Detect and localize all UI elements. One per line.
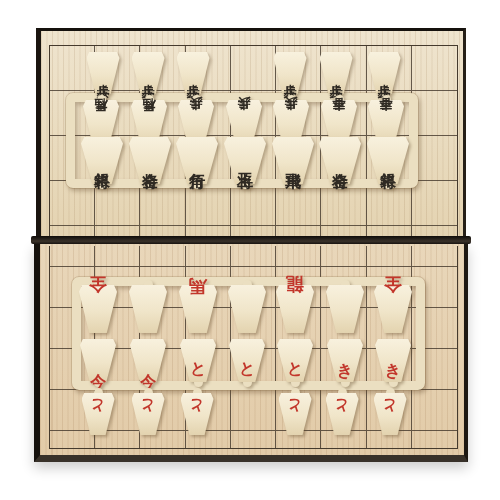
board-cell — [50, 246, 95, 267]
piece-kakugyo-bishop[interactable]: 角行 — [176, 137, 218, 184]
board-cell — [412, 136, 457, 181]
piece-tokin-promoted-pawn[interactable]: と — [374, 393, 407, 435]
piece-hisha-rook[interactable]: 飛車 — [272, 137, 314, 184]
piece-fuhyo-pawn[interactable]: 歩兵 — [320, 52, 353, 94]
piece-gyokusho-king[interactable]: 玉将 — [224, 137, 266, 184]
piece-fuhyo-pawn[interactable]: 歩兵 — [274, 52, 307, 94]
board-cell — [412, 46, 457, 91]
board-cell — [367, 246, 412, 267]
shogi-set-photo: 歩兵 歩兵 歩兵 歩兵 歩兵 歩兵 桂馬 桂馬 歩兵 歩兵 歩兵 香車 香車 銀… — [0, 0, 500, 500]
piece-tokin-promoted-pawn[interactable]: と — [326, 393, 359, 435]
board-cell — [412, 91, 457, 136]
piece-fuhyo-pawn[interactable]: 歩兵 — [87, 52, 120, 94]
board-cell — [231, 390, 276, 431]
board-cell — [412, 246, 457, 267]
board-cell — [276, 246, 321, 267]
board-fold-hinge — [31, 236, 471, 244]
piece-narigin-promoted-silver[interactable]: 全 — [79, 285, 117, 333]
piece-narikei-promoted-knight[interactable]: 今 — [130, 339, 166, 382]
board-cell — [321, 246, 366, 267]
board-cell — [412, 431, 457, 448]
piece-narikyo-promoted-lance[interactable]: き — [375, 339, 411, 382]
piece-fuhyo-pawn[interactable]: 歩兵 — [368, 52, 401, 94]
piece-tokin-promoted-pawn[interactable]: と — [229, 339, 265, 382]
piece-tokin-promoted-pawn[interactable]: と — [181, 393, 214, 435]
piece-tokin-promoted-pawn[interactable]: と — [279, 393, 312, 435]
piece-gold-blank-back[interactable] — [326, 285, 364, 333]
piece-narikei-promoted-knight[interactable]: 今 — [80, 339, 116, 382]
board-cell — [412, 390, 457, 431]
piece-narigin-promoted-silver[interactable]: 全 — [374, 285, 412, 333]
piece-tokin-promoted-pawn[interactable]: と — [277, 339, 313, 382]
piece-gold-blank-back[interactable] — [129, 285, 167, 333]
board-cell — [186, 246, 231, 267]
piece-narikyo-promoted-lance[interactable]: き — [327, 339, 363, 382]
board-cell — [231, 46, 276, 91]
piece-ryu-promoted-rook[interactable]: 龍 — [276, 285, 314, 333]
piece-tokin-promoted-pawn[interactable]: と — [82, 393, 115, 435]
piece-tokin-promoted-pawn[interactable]: と — [132, 393, 165, 435]
piece-fuhyo-pawn[interactable]: 歩兵 — [132, 52, 165, 94]
piece-uma-promoted-bishop[interactable]: 馬 — [179, 285, 217, 333]
piece-ginsho-silver[interactable]: 銀将 — [367, 137, 409, 184]
board-cell — [95, 246, 140, 267]
board-cell — [231, 431, 276, 448]
piece-king-blank-back[interactable] — [228, 285, 266, 333]
piece-kinsho-gold[interactable]: 金将 — [319, 137, 361, 184]
board-cell — [140, 246, 185, 267]
board-cell — [412, 181, 457, 226]
board-cell — [231, 246, 276, 267]
piece-kinsho-gold[interactable]: 金将 — [129, 137, 171, 184]
piece-tokin-promoted-pawn[interactable]: と — [180, 339, 216, 382]
piece-fuhyo-pawn[interactable]: 歩兵 — [177, 52, 210, 94]
piece-ginsho-silver[interactable]: 銀将 — [81, 137, 123, 184]
